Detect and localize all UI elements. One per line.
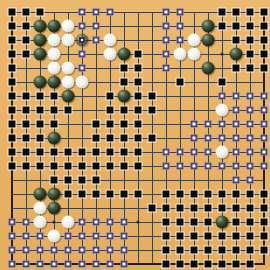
black-territory-marker [23, 93, 30, 100]
black-territory-marker [163, 219, 170, 226]
white-stone[interactable] [104, 48, 117, 61]
black-territory-marker [247, 65, 254, 72]
white-territory-marker [233, 135, 240, 142]
black-territory-marker [233, 23, 240, 30]
white-stone[interactable] [62, 216, 75, 229]
white-territory-marker [93, 261, 100, 268]
white-territory-marker [219, 93, 226, 100]
white-territory-marker [93, 247, 100, 254]
black-territory-marker [135, 107, 142, 114]
black-territory-marker [261, 219, 268, 226]
black-territory-marker [9, 37, 16, 44]
white-territory-marker [261, 107, 268, 114]
white-territory-marker [79, 9, 86, 16]
white-territory-marker [37, 247, 44, 254]
white-territory-marker [9, 219, 16, 226]
black-territory-marker [23, 37, 30, 44]
white-territory-marker [233, 93, 240, 100]
black-territory-marker [261, 233, 268, 240]
black-stone[interactable] [34, 188, 47, 201]
white-territory-marker [191, 163, 198, 170]
black-territory-marker [219, 205, 226, 212]
black-territory-marker [163, 247, 170, 254]
white-territory-marker [261, 93, 268, 100]
black-territory-marker [247, 9, 254, 16]
black-territory-marker [9, 107, 16, 114]
black-territory-marker [9, 9, 16, 16]
white-territory-marker [9, 261, 16, 268]
black-territory-marker [121, 65, 128, 72]
black-territory-marker [163, 261, 170, 268]
white-stone[interactable] [34, 202, 47, 215]
white-territory-marker [23, 261, 30, 268]
black-territory-marker [205, 205, 212, 212]
white-territory-marker [163, 9, 170, 16]
white-territory-marker [205, 163, 212, 170]
black-stone[interactable] [62, 90, 75, 103]
white-territory-marker [37, 233, 44, 240]
white-territory-marker [191, 149, 198, 156]
white-territory-marker [261, 135, 268, 142]
black-territory-marker [37, 121, 44, 128]
white-territory-marker [93, 233, 100, 240]
white-territory-marker [121, 219, 128, 226]
white-territory-marker [219, 135, 226, 142]
white-territory-marker [121, 233, 128, 240]
white-territory-marker [79, 51, 86, 58]
black-stone[interactable] [34, 34, 47, 47]
black-territory-marker [9, 93, 16, 100]
white-territory-marker [107, 261, 114, 268]
black-territory-marker [51, 149, 58, 156]
black-territory-marker [261, 23, 268, 30]
white-territory-marker [163, 149, 170, 156]
black-territory-marker [247, 191, 254, 198]
black-territory-marker [79, 191, 86, 198]
black-territory-marker [205, 191, 212, 198]
black-territory-marker [23, 135, 30, 142]
black-territory-marker [205, 233, 212, 240]
black-territory-marker [93, 177, 100, 184]
black-territory-marker [261, 51, 268, 58]
black-territory-marker [51, 93, 58, 100]
black-territory-marker [79, 149, 86, 156]
white-territory-marker [107, 247, 114, 254]
black-territory-marker [177, 79, 184, 86]
black-territory-marker [121, 149, 128, 156]
black-territory-marker [149, 93, 156, 100]
black-territory-marker [23, 51, 30, 58]
white-stone[interactable] [216, 104, 229, 117]
white-stone[interactable] [174, 48, 187, 61]
black-territory-marker [233, 191, 240, 198]
white-territory-marker [261, 121, 268, 128]
black-territory-marker [79, 177, 86, 184]
black-territory-marker [261, 65, 268, 72]
black-territory-marker [177, 191, 184, 198]
black-territory-marker [107, 93, 114, 100]
black-territory-marker [9, 121, 16, 128]
black-territory-marker [233, 37, 240, 44]
white-stone[interactable] [76, 76, 89, 89]
black-territory-marker [93, 135, 100, 142]
black-territory-marker [107, 149, 114, 156]
go-board[interactable] [0, 0, 270, 270]
black-territory-marker [9, 163, 16, 170]
black-territory-marker [205, 261, 212, 268]
black-territory-marker [205, 219, 212, 226]
white-territory-marker [247, 121, 254, 128]
black-territory-marker [261, 191, 268, 198]
white-territory-marker [163, 65, 170, 72]
black-territory-marker [261, 205, 268, 212]
white-territory-marker-on-dead-stone [79, 37, 85, 43]
black-territory-marker [135, 163, 142, 170]
white-stone[interactable] [188, 34, 201, 47]
white-territory-marker [219, 163, 226, 170]
black-stone[interactable] [118, 90, 131, 103]
black-territory-marker [9, 149, 16, 156]
white-territory-marker [163, 51, 170, 58]
black-territory-marker [65, 191, 72, 198]
white-territory-marker [233, 149, 240, 156]
white-stone[interactable] [48, 34, 61, 47]
white-territory-marker [177, 9, 184, 16]
white-territory-marker [9, 233, 16, 240]
white-territory-marker [177, 23, 184, 30]
white-territory-marker [37, 261, 44, 268]
black-territory-marker [9, 51, 16, 58]
black-stone[interactable] [48, 132, 61, 145]
white-territory-marker [79, 65, 86, 72]
black-territory-marker [9, 79, 16, 86]
black-territory-marker [37, 135, 44, 142]
black-territory-marker [23, 163, 30, 170]
black-territory-marker [93, 121, 100, 128]
black-territory-marker [121, 79, 128, 86]
white-territory-marker [163, 163, 170, 170]
black-territory-marker [9, 23, 16, 30]
black-stone[interactable] [34, 76, 47, 89]
white-territory-marker [177, 149, 184, 156]
black-territory-marker [51, 121, 58, 128]
white-territory-marker [247, 163, 254, 170]
black-territory-marker [135, 121, 142, 128]
star-point [221, 53, 224, 56]
black-territory-marker [177, 261, 184, 268]
black-territory-marker [219, 233, 226, 240]
black-territory-marker [191, 261, 198, 268]
white-territory-marker [261, 163, 268, 170]
black-territory-marker [135, 191, 142, 198]
white-territory-marker [51, 261, 58, 268]
black-territory-marker [135, 135, 142, 142]
black-territory-marker [247, 247, 254, 254]
black-territory-marker [163, 233, 170, 240]
black-territory-marker [247, 233, 254, 240]
black-territory-marker [247, 205, 254, 212]
black-territory-marker [219, 191, 226, 198]
white-territory-marker [163, 37, 170, 44]
white-territory-marker [191, 135, 198, 142]
white-territory-marker [219, 121, 226, 128]
black-territory-marker [177, 219, 184, 226]
black-territory-marker [107, 107, 114, 114]
black-territory-marker [37, 149, 44, 156]
white-stone[interactable] [216, 146, 229, 159]
black-territory-marker [233, 65, 240, 72]
black-territory-marker [219, 23, 226, 30]
black-territory-marker [219, 261, 226, 268]
white-stone[interactable] [188, 48, 201, 61]
black-territory-marker [247, 219, 254, 226]
white-territory-marker [79, 23, 86, 30]
black-territory-marker [37, 9, 44, 16]
white-territory-marker [233, 107, 240, 114]
white-territory-marker [233, 121, 240, 128]
white-territory-marker [247, 149, 254, 156]
white-territory-marker [191, 121, 198, 128]
black-territory-marker [121, 163, 128, 170]
black-territory-marker [135, 149, 142, 156]
white-territory-marker [79, 219, 86, 226]
white-territory-marker [121, 261, 128, 268]
white-territory-marker [205, 121, 212, 128]
black-territory-marker [219, 79, 226, 86]
black-territory-marker [51, 107, 58, 114]
white-stone[interactable] [62, 20, 75, 33]
star-point [137, 221, 140, 224]
black-territory-marker [135, 79, 142, 86]
black-territory-marker [107, 163, 114, 170]
black-territory-marker [233, 247, 240, 254]
white-territory-marker [93, 9, 100, 16]
white-stone[interactable] [62, 34, 75, 47]
black-stone[interactable] [48, 20, 61, 33]
black-territory-marker [121, 191, 128, 198]
black-territory-marker [233, 219, 240, 226]
black-territory-marker [219, 9, 226, 16]
black-stone[interactable] [202, 20, 215, 33]
black-territory-marker [121, 121, 128, 128]
black-stone[interactable] [202, 62, 215, 75]
black-territory-marker [247, 23, 254, 30]
black-territory-marker [107, 121, 114, 128]
black-territory-marker [205, 247, 212, 254]
white-territory-marker [261, 149, 268, 156]
black-territory-marker [23, 107, 30, 114]
black-territory-marker [177, 233, 184, 240]
black-stone[interactable] [34, 20, 47, 33]
star-point [53, 221, 56, 224]
black-territory-marker [177, 205, 184, 212]
black-stone[interactable] [216, 216, 229, 229]
black-territory-marker [149, 205, 156, 212]
black-territory-marker [107, 191, 114, 198]
black-territory-marker [149, 107, 156, 114]
black-territory-marker [191, 219, 198, 226]
white-territory-marker [107, 9, 114, 16]
black-territory-marker [65, 107, 72, 114]
white-territory-marker [65, 247, 72, 254]
black-territory-marker [149, 135, 156, 142]
black-stone[interactable] [48, 202, 61, 215]
white-territory-marker [23, 247, 30, 254]
black-stone[interactable] [202, 34, 215, 47]
black-territory-marker [37, 163, 44, 170]
black-territory-marker [93, 163, 100, 170]
white-stone[interactable] [48, 62, 61, 75]
black-territory-marker [23, 9, 30, 16]
black-territory-marker [135, 93, 142, 100]
white-territory-marker [79, 233, 86, 240]
black-territory-marker [23, 121, 30, 128]
white-stone[interactable] [48, 230, 61, 243]
black-territory-marker [261, 9, 268, 16]
black-territory-marker [135, 65, 142, 72]
black-territory-marker [121, 135, 128, 142]
white-territory-marker [65, 261, 72, 268]
white-territory-marker [205, 149, 212, 156]
white-territory-marker [177, 37, 184, 44]
black-territory-marker [79, 163, 86, 170]
black-territory-marker [191, 233, 198, 240]
white-stone[interactable] [104, 34, 117, 47]
black-territory-marker [191, 205, 198, 212]
black-territory-marker [233, 233, 240, 240]
black-territory-marker [65, 149, 72, 156]
white-territory-marker [121, 247, 128, 254]
black-territory-marker [51, 163, 58, 170]
black-territory-marker [9, 135, 16, 142]
black-territory-marker [191, 191, 198, 198]
black-territory-marker [93, 191, 100, 198]
white-territory-marker [247, 93, 254, 100]
black-territory-marker [191, 247, 198, 254]
black-territory-marker [233, 261, 240, 268]
white-territory-marker [79, 247, 86, 254]
black-territory-marker [9, 65, 16, 72]
white-territory-marker [205, 135, 212, 142]
white-territory-marker [247, 135, 254, 142]
white-stone[interactable] [62, 76, 75, 89]
white-territory-marker [23, 219, 30, 226]
white-territory-marker [107, 219, 114, 226]
black-territory-marker [51, 177, 58, 184]
white-territory-marker [51, 247, 58, 254]
black-territory-marker [233, 205, 240, 212]
white-territory-marker [107, 233, 114, 240]
black-territory-marker [93, 149, 100, 156]
white-territory-marker [233, 177, 240, 184]
white-territory-marker [9, 247, 16, 254]
black-stone[interactable] [48, 76, 61, 89]
black-territory-marker [65, 177, 72, 184]
white-territory-marker [247, 107, 254, 114]
black-territory-marker [37, 93, 44, 100]
black-territory-marker [247, 261, 254, 268]
white-stone[interactable] [48, 48, 61, 61]
black-territory-marker [65, 163, 72, 170]
white-stone[interactable] [62, 62, 75, 75]
black-territory-marker [121, 107, 128, 114]
black-territory-marker [23, 23, 30, 30]
black-territory-marker [233, 9, 240, 16]
black-territory-marker [135, 51, 142, 58]
black-territory-marker [163, 205, 170, 212]
black-territory-marker [247, 51, 254, 58]
white-territory-marker [163, 23, 170, 30]
white-territory-marker [65, 233, 72, 240]
white-territory-marker [93, 37, 100, 44]
black-stone[interactable] [118, 48, 131, 61]
black-territory-marker [37, 107, 44, 114]
white-stone[interactable] [34, 216, 47, 229]
black-territory-marker [261, 247, 268, 254]
black-territory-marker [219, 247, 226, 254]
black-stone[interactable] [34, 48, 47, 61]
black-stone[interactable] [230, 48, 243, 61]
black-territory-marker [107, 135, 114, 142]
black-stone[interactable] [48, 188, 61, 201]
white-territory-marker [233, 163, 240, 170]
white-territory-marker [177, 163, 184, 170]
white-territory-marker [93, 219, 100, 226]
black-territory-marker [177, 247, 184, 254]
white-territory-marker [79, 261, 86, 268]
white-territory-marker [93, 23, 100, 30]
black-territory-marker [247, 37, 254, 44]
black-territory-marker [23, 149, 30, 156]
black-territory-marker [261, 37, 268, 44]
white-territory-marker [247, 177, 254, 184]
white-territory-marker [23, 233, 30, 240]
black-territory-marker [163, 191, 170, 198]
